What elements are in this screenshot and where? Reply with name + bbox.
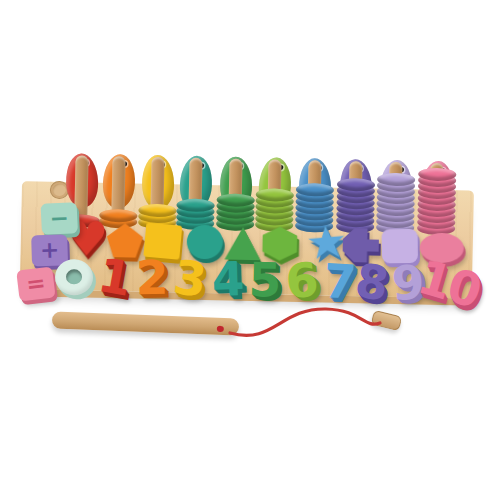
donut-hole <box>66 269 82 284</box>
string-path <box>230 309 380 335</box>
math-symbol-minus-icon: − <box>49 207 69 231</box>
peg-columns-row <box>17 124 487 134</box>
fishing-string <box>222 296 402 348</box>
product-photo: −+= ♥ 12345678910 <box>0 0 500 500</box>
number-3-tile: 3 <box>171 252 208 305</box>
math-symbol-plus-icon: + <box>40 238 60 262</box>
math-block-minus: − <box>41 202 78 235</box>
math-block-equals: = <box>16 266 55 301</box>
math-symbol-equals-icon: = <box>25 271 47 296</box>
number-2-tile: 2 <box>135 253 166 303</box>
